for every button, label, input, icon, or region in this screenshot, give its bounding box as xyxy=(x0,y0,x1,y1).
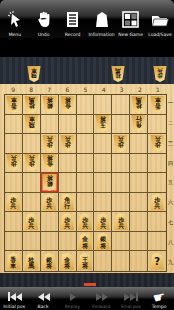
piece-kanji: 銀 xyxy=(46,103,52,109)
board-cell[interactable] xyxy=(41,212,59,232)
row-coordinates: 一二三四五六七八九 xyxy=(167,94,174,272)
board-cell[interactable]: 桂馬 xyxy=(130,95,148,115)
shogi-piece[interactable]: 角行 xyxy=(60,194,75,211)
piece-kanji: 兵 xyxy=(10,156,16,162)
board-cell[interactable] xyxy=(130,212,148,232)
shogi-piece[interactable]: 香車 xyxy=(150,96,165,113)
shogi-piece[interactable]: 角行 xyxy=(131,115,146,132)
shogi-piece[interactable]: 銀将 xyxy=(42,253,57,270)
board-cell[interactable]: 歩兵 xyxy=(148,134,166,154)
board-cell[interactable] xyxy=(23,173,41,193)
board-cell[interactable]: 玉将 xyxy=(94,115,112,135)
information-button[interactable]: Information xyxy=(87,0,116,38)
board-grid: 香車桂馬銀将金将桂馬香車飛車玉将角行歩兵歩兵歩兵歩兵歩兵歩兵金将銀将歩兵歩兵角行… xyxy=(4,94,167,272)
shogi-piece[interactable]: 金将 xyxy=(77,233,92,250)
piece-kanji: 馬 xyxy=(115,67,121,72)
piece-kanji: 将 xyxy=(82,243,88,249)
board-cell[interactable]: 歩兵 xyxy=(23,154,41,174)
board-cell[interactable]: 桂馬 xyxy=(23,95,41,115)
row-label: 八 xyxy=(167,232,174,252)
final-pos-button[interactable]: Final pos xyxy=(116,287,145,310)
piece-kanji: 桂 xyxy=(136,103,142,109)
board-cell[interactable] xyxy=(94,154,112,174)
piece-kanji: 車 xyxy=(28,116,34,122)
shogi-piece[interactable]: ? xyxy=(150,253,165,270)
board-cell[interactable]: 歩兵 xyxy=(5,154,23,174)
load-save-label: Load/Save xyxy=(148,31,171,36)
piece-kanji: 兵 xyxy=(10,204,16,210)
shogi-app-screen: Menu Undo Record Information New Game xyxy=(0,0,174,310)
board-cell[interactable] xyxy=(5,134,23,154)
col-label: 9 xyxy=(4,85,22,94)
shogi-piece[interactable]: 銀将 xyxy=(42,96,57,113)
board-cell[interactable] xyxy=(94,134,112,154)
shogi-piece[interactable]: 桂馬 xyxy=(131,96,146,113)
captured-piece[interactable]: 歩兵 xyxy=(153,66,167,82)
piece-kanji: 車 xyxy=(10,263,16,269)
shogi-piece[interactable]: 銀将 xyxy=(42,174,57,191)
piece-kanji: 金 xyxy=(46,162,52,168)
board-cell[interactable] xyxy=(130,251,148,271)
shogi-piece[interactable]: 歩兵 xyxy=(24,154,39,171)
document-lines-icon xyxy=(65,9,80,31)
board-cell[interactable]: 金将 xyxy=(77,232,95,252)
piece-kanji: 将 xyxy=(46,97,52,103)
cursor-icon xyxy=(7,9,23,31)
board-cell[interactable]: 歩兵 xyxy=(112,134,130,154)
board-cell[interactable]: 飛車 xyxy=(23,115,41,135)
col-label: 3 xyxy=(113,85,131,94)
piece-kanji: 兵 xyxy=(118,223,124,229)
board-cell[interactable] xyxy=(148,173,166,193)
piece-kanji: 車 xyxy=(10,97,16,103)
board-cell[interactable] xyxy=(41,115,59,135)
progress-indicator xyxy=(84,283,96,286)
board-cell[interactable] xyxy=(130,134,148,154)
board-cell[interactable] xyxy=(59,115,77,135)
shogi-piece[interactable]: 歩兵 xyxy=(77,213,92,230)
board-cell[interactable] xyxy=(77,193,95,213)
piece-kanji: 兵 xyxy=(154,204,160,210)
shogi-piece[interactable]: 歩兵 xyxy=(150,194,165,211)
record-button[interactable]: Record xyxy=(58,0,87,38)
shogi-piece[interactable]: 歩兵 xyxy=(42,135,57,152)
board-cell[interactable] xyxy=(94,173,112,193)
board-cell[interactable] xyxy=(148,115,166,135)
piece-kanji: 兵 xyxy=(28,156,34,162)
col-label: 1 xyxy=(149,85,167,94)
row-label: 五 xyxy=(167,173,174,193)
undo-button[interactable]: Undo xyxy=(29,0,58,38)
shogi-piece[interactable]: 香車 xyxy=(6,96,21,113)
piece-kanji: 将 xyxy=(64,97,70,103)
play-icon xyxy=(70,290,76,303)
piece-kanji: 兵 xyxy=(46,136,52,142)
board-cell[interactable] xyxy=(94,95,112,115)
skip-to-end-icon xyxy=(124,290,138,303)
piece-kanji: 兵 xyxy=(82,223,88,229)
piece-kanji: 車 xyxy=(31,67,37,72)
piece-kanji: 兵 xyxy=(154,136,160,142)
captured-piece[interactable]: 桂馬 xyxy=(111,66,125,82)
information-label: Information xyxy=(88,31,114,36)
top-toolbar: Menu Undo Record Information New Game xyxy=(0,0,174,38)
board-cell[interactable] xyxy=(94,251,112,271)
gote-hand-tray[interactable]: 飛車桂馬歩兵 xyxy=(0,57,174,85)
row-label: 二 xyxy=(167,114,174,134)
col-label: 4 xyxy=(95,85,113,94)
skip-to-start-icon xyxy=(8,290,22,303)
board-cell[interactable] xyxy=(112,232,130,252)
pointing-hand-icon: ☛ xyxy=(153,290,166,303)
back-button[interactable]: Back xyxy=(29,287,58,310)
sente-hand-tray[interactable] xyxy=(0,273,174,287)
shogi-piece[interactable]: 香車 xyxy=(6,253,21,270)
piece-kanji: 行 xyxy=(64,204,70,210)
board-cell[interactable] xyxy=(112,193,130,213)
board-cell[interactable]: 香車 xyxy=(5,95,23,115)
board-cell[interactable] xyxy=(94,193,112,213)
unknown-piece-glyph: ? xyxy=(154,255,160,269)
piece-kanji: 将 xyxy=(82,263,88,269)
shogi-piece[interactable]: 桂馬 xyxy=(24,96,39,113)
piece-kanji: 将 xyxy=(64,263,70,269)
piece-kanji: 将 xyxy=(100,243,106,249)
board-cell[interactable]: 歩兵 xyxy=(59,134,77,154)
fast-forward-icon xyxy=(96,290,108,303)
piece-kanji: 歩 xyxy=(118,142,124,148)
board-cell[interactable]: 銀将 xyxy=(41,173,59,193)
piece-kanji: 桂 xyxy=(28,103,34,109)
board-cell[interactable] xyxy=(77,95,95,115)
piece-kanji: 歩 xyxy=(154,142,160,148)
piece-kanji: 飛 xyxy=(28,123,34,129)
board-cell[interactable]: 歩兵 xyxy=(112,212,130,232)
board-cell[interactable] xyxy=(77,173,95,193)
board-cell[interactable]: 金将 xyxy=(59,95,77,115)
row-label: 九 xyxy=(167,252,174,272)
board-cell[interactable]: 歩兵 xyxy=(148,193,166,213)
shogi-piece[interactable]: 歩兵 xyxy=(6,154,21,171)
piece-kanji: 将 xyxy=(100,116,106,122)
shogi-piece[interactable]: 王将 xyxy=(77,253,92,270)
shogi-piece[interactable]: 歩兵 xyxy=(150,135,165,152)
menu-button[interactable]: Menu xyxy=(0,0,29,38)
board-cell[interactable] xyxy=(5,173,23,193)
board-cell[interactable] xyxy=(112,95,130,115)
forward-button[interactable]: Forward xyxy=(87,287,116,310)
folder-icon xyxy=(151,9,169,31)
board-cell[interactable]: 歩兵 xyxy=(23,212,41,232)
board-cell[interactable] xyxy=(23,134,41,154)
initial-pos-button[interactable]: Initial pos xyxy=(0,287,29,310)
col-label: 5 xyxy=(76,85,94,94)
board-cell[interactable] xyxy=(23,193,41,213)
board-cell[interactable] xyxy=(148,212,166,232)
board-cell[interactable] xyxy=(112,251,130,271)
record-label: Record xyxy=(65,31,81,36)
board-cell[interactable] xyxy=(112,154,130,174)
row-label: 七 xyxy=(167,213,174,233)
board-cell[interactable]: 歩兵 xyxy=(59,212,77,232)
board-cell[interactable] xyxy=(130,193,148,213)
board-cell[interactable]: 歩兵 xyxy=(41,193,59,213)
board-cell[interactable]: 角行 xyxy=(130,115,148,135)
shogi-piece[interactable]: 桂馬 xyxy=(24,253,39,270)
shogi-piece[interactable]: 歩兵 xyxy=(6,194,21,211)
col-label: 6 xyxy=(58,85,76,94)
piece-kanji: 馬 xyxy=(28,263,34,269)
board-cell[interactable]: 歩兵 xyxy=(94,212,112,232)
board-cell[interactable]: 歩兵 xyxy=(77,212,95,232)
piece-kanji: 馬 xyxy=(28,97,34,103)
shogi-piece[interactable]: 歩兵 xyxy=(24,213,39,230)
board-cell[interactable] xyxy=(5,232,23,252)
shogi-piece[interactable]: 歩兵 xyxy=(60,213,75,230)
piece-kanji: 兵 xyxy=(64,136,70,142)
piece-kanji: 歩 xyxy=(10,162,16,168)
menu-label: Menu xyxy=(8,31,20,36)
piece-kanji: 将 xyxy=(46,263,52,269)
shogi-piece[interactable]: 歩兵 xyxy=(60,135,75,152)
board-cell[interactable] xyxy=(59,232,77,252)
shogi-board: 987654321 一二三四五六七八九 香車桂馬銀将金将桂馬香車飛車玉将角行歩兵… xyxy=(0,84,174,273)
board-cell[interactable]: 王将 xyxy=(77,251,95,271)
shogi-piece[interactable]: 金将 xyxy=(60,96,75,113)
board-cell[interactable]: 歩兵 xyxy=(41,134,59,154)
col-label: 8 xyxy=(22,85,40,94)
board-cell[interactable]: 歩兵 xyxy=(5,193,23,213)
piece-kanji: 兵 xyxy=(157,67,163,72)
row-label: 三 xyxy=(167,134,174,154)
board-cell[interactable] xyxy=(130,154,148,174)
board-cell[interactable]: 桂馬 xyxy=(23,251,41,271)
piece-kanji: 馬 xyxy=(136,97,142,103)
shogi-piece[interactable]: 飛車 xyxy=(24,115,39,132)
new-game-button[interactable]: New Game xyxy=(116,0,145,38)
row-label: 一 xyxy=(167,94,174,114)
piece-kanji: 銀 xyxy=(46,181,52,187)
tempo-button[interactable]: ☛ Tempo xyxy=(145,287,174,310)
piece-kanji: 行 xyxy=(136,116,142,122)
row-label: 四 xyxy=(167,153,174,173)
shogi-piece[interactable]: 銀将 xyxy=(95,233,110,250)
hand-icon xyxy=(36,9,52,31)
piece-kanji: 香 xyxy=(154,103,160,109)
grid-window-icon xyxy=(122,9,139,31)
undo-label: Undo xyxy=(38,31,50,36)
board-cell[interactable] xyxy=(77,134,95,154)
board-cell[interactable] xyxy=(148,154,166,174)
shogi-piece[interactable]: 歩兵 xyxy=(42,194,57,211)
piece-kanji: 金 xyxy=(64,103,70,109)
board-cell[interactable]: 香車 xyxy=(148,95,166,115)
board-cell[interactable]: 銀将 xyxy=(41,95,59,115)
col-label: 2 xyxy=(131,85,149,94)
board-cell[interactable] xyxy=(112,115,130,135)
board-cell[interactable]: 金将 xyxy=(41,154,59,174)
board-cell[interactable]: 銀将 xyxy=(94,232,112,252)
board-cell[interactable] xyxy=(77,115,95,135)
board-cell[interactable] xyxy=(5,212,23,232)
board-cell[interactable] xyxy=(59,154,77,174)
piece-kanji: 角 xyxy=(136,123,142,129)
bottom-toolbar: Initial pos Back Replay Forward Final po… xyxy=(0,287,174,310)
piece-kanji: 兵 xyxy=(46,204,52,210)
piece-kanji: 歩 xyxy=(46,142,52,148)
shogi-piece[interactable]: 金将 xyxy=(60,253,75,270)
rewind-icon xyxy=(38,290,50,303)
board-cell[interactable] xyxy=(77,154,95,174)
board-cell[interactable] xyxy=(148,232,166,252)
board-cell[interactable] xyxy=(5,115,23,135)
board-cell[interactable] xyxy=(130,173,148,193)
board-cell[interactable]: 香車 xyxy=(5,251,23,271)
board-cell[interactable] xyxy=(112,173,130,193)
shogi-piece-icon xyxy=(94,9,110,31)
load-save-button[interactable]: Load/Save xyxy=(145,0,174,38)
piece-kanji: 兵 xyxy=(28,223,34,229)
shogi-piece[interactable]: 歩兵 xyxy=(95,213,110,230)
column-coordinates: 987654321 xyxy=(4,85,167,94)
board-cell[interactable]: ? xyxy=(148,251,166,271)
col-label: 7 xyxy=(40,85,58,94)
piece-kanji: 歩 xyxy=(28,162,34,168)
board-cell[interactable]: 銀将 xyxy=(41,251,59,271)
board-cell[interactable] xyxy=(23,232,41,252)
shogi-piece[interactable]: 歩兵 xyxy=(113,135,128,152)
board-cell[interactable] xyxy=(41,232,59,252)
replay-button[interactable]: Replay xyxy=(58,287,87,310)
row-label: 六 xyxy=(167,193,174,213)
piece-kanji: 歩 xyxy=(64,142,70,148)
piece-kanji: 玉 xyxy=(100,123,106,129)
board-cell[interactable]: 角行 xyxy=(59,193,77,213)
board-cell[interactable] xyxy=(130,232,148,252)
piece-kanji: 車 xyxy=(154,97,160,103)
shogi-piece[interactable]: 歩兵 xyxy=(113,213,128,230)
shogi-piece[interactable]: 金将 xyxy=(42,154,57,171)
piece-kanji: 兵 xyxy=(118,136,124,142)
captured-piece[interactable]: 飛車 xyxy=(27,66,41,82)
piece-kanji: 兵 xyxy=(100,223,106,229)
shogi-piece[interactable]: 玉将 xyxy=(95,115,110,132)
board-cell[interactable] xyxy=(59,173,77,193)
board-cell[interactable]: 金将 xyxy=(59,251,77,271)
piece-kanji: 将 xyxy=(46,175,52,181)
piece-kanji: 将 xyxy=(46,156,52,162)
new-game-label: New Game xyxy=(118,31,143,36)
piece-kanji: 香 xyxy=(10,103,16,109)
piece-kanji: 兵 xyxy=(64,223,70,229)
